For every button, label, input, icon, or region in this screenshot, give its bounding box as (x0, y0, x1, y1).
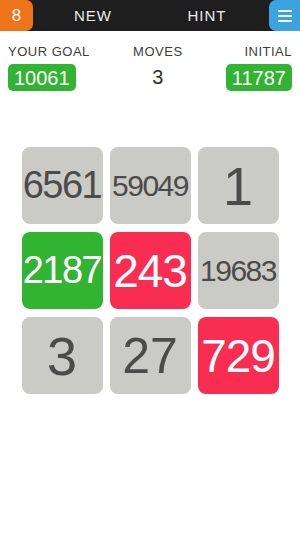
goal-badge: 10061 (8, 64, 76, 91)
hamburger-icon (278, 15, 292, 17)
initial-stat: INITIAL 11787 (226, 44, 292, 91)
tile-r1c3[interactable]: 1 (198, 147, 279, 224)
hamburger-icon (278, 20, 292, 22)
initial-badge: 11787 (226, 64, 292, 91)
game-board: 6561 59049 1 2187 243 19683 3 27 729 (22, 147, 279, 394)
new-button[interactable]: NEW (36, 0, 150, 31)
tile-r3c2[interactable]: 27 (110, 317, 191, 394)
level-badge: 8 (0, 0, 33, 31)
initial-label: INITIAL (244, 44, 292, 59)
nav-zone: NEW HINT (36, 0, 264, 31)
goal-stat: YOUR GOAL 10061 (8, 44, 90, 91)
tile-r2c2[interactable]: 243 (110, 232, 191, 309)
tile-r2c1[interactable]: 2187 (22, 232, 103, 309)
moves-stat: MOVES 3 (133, 44, 182, 89)
hamburger-icon (278, 10, 292, 12)
goal-label: YOUR GOAL (8, 44, 90, 59)
hint-button[interactable]: HINT (150, 0, 264, 31)
level-value: 8 (12, 6, 21, 26)
tile-r2c3[interactable]: 19683 (198, 232, 279, 309)
menu-button[interactable] (269, 0, 300, 31)
top-bar: 8 NEW HINT (0, 0, 300, 31)
stats-row: YOUR GOAL 10061 MOVES 3 INITIAL 11787 (0, 31, 300, 91)
moves-label: MOVES (133, 44, 182, 59)
tile-r3c3[interactable]: 729 (198, 317, 279, 394)
tile-r1c2[interactable]: 59049 (110, 147, 191, 224)
tile-r1c1[interactable]: 6561 (22, 147, 103, 224)
moves-value: 3 (152, 64, 163, 89)
tile-r3c1[interactable]: 3 (22, 317, 103, 394)
